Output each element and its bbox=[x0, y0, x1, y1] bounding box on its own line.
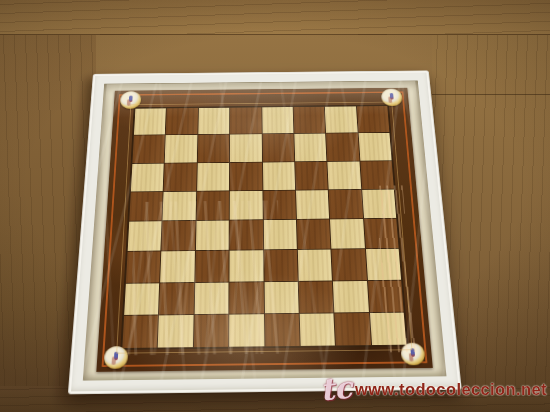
corner-medallion-bottom-left bbox=[103, 346, 128, 369]
board-square bbox=[295, 161, 328, 189]
board-square bbox=[263, 162, 295, 190]
board-square bbox=[362, 189, 396, 218]
board-square bbox=[263, 190, 296, 219]
corner-medallion-top-right bbox=[381, 89, 403, 107]
board-square bbox=[296, 190, 329, 219]
board-square bbox=[158, 315, 193, 348]
board-square bbox=[165, 135, 197, 162]
board-square bbox=[132, 135, 165, 162]
board-square bbox=[164, 163, 197, 191]
board-square bbox=[195, 251, 229, 282]
board-square bbox=[230, 250, 264, 281]
board-square bbox=[297, 219, 331, 249]
corner-medallion-bottom-right bbox=[400, 343, 425, 366]
board-square bbox=[163, 191, 196, 220]
board-square bbox=[166, 108, 198, 135]
shrinkwrap-glare-streaks bbox=[127, 200, 281, 355]
board-square bbox=[293, 107, 325, 134]
board-square bbox=[262, 107, 293, 134]
board-square bbox=[298, 250, 332, 281]
box-perspective-wrapper bbox=[68, 70, 462, 394]
board-square bbox=[194, 314, 229, 347]
board-square bbox=[198, 135, 230, 162]
board-square bbox=[264, 250, 298, 281]
board-square bbox=[330, 219, 364, 249]
board-square bbox=[230, 134, 262, 161]
board-square bbox=[357, 106, 390, 133]
chess-board-grid bbox=[121, 105, 407, 349]
board-square bbox=[264, 281, 298, 313]
board-square bbox=[124, 283, 159, 315]
board-square bbox=[265, 314, 300, 347]
board-square bbox=[129, 192, 163, 221]
board-square bbox=[126, 252, 161, 283]
board-square bbox=[364, 219, 399, 249]
photo-scene: tc www.todocoleccion.net bbox=[0, 0, 550, 412]
board-square bbox=[262, 134, 294, 161]
board-square bbox=[299, 281, 334, 313]
board-square bbox=[162, 221, 196, 251]
board-square bbox=[230, 191, 263, 220]
board-square bbox=[368, 280, 404, 312]
board-square bbox=[134, 108, 166, 135]
board-square bbox=[159, 283, 194, 315]
board-square bbox=[122, 315, 158, 348]
board-square bbox=[263, 220, 296, 250]
board-square bbox=[229, 314, 264, 347]
box-interior bbox=[83, 80, 447, 380]
board-square bbox=[230, 162, 262, 190]
shrinkwrap-glare-right bbox=[375, 185, 416, 352]
board-square bbox=[328, 161, 361, 189]
board-square bbox=[332, 249, 367, 280]
board-square bbox=[366, 249, 401, 280]
board-square bbox=[335, 313, 371, 346]
board-square bbox=[229, 282, 263, 314]
floor-plank-seam bbox=[432, 94, 550, 95]
board-square bbox=[230, 107, 261, 134]
board-square bbox=[197, 162, 229, 190]
white-cardboard-box bbox=[68, 70, 462, 394]
board-square bbox=[358, 133, 391, 160]
board-square bbox=[300, 313, 336, 346]
board-square bbox=[196, 191, 229, 220]
board-square bbox=[294, 134, 326, 161]
board-square bbox=[131, 163, 164, 191]
board-square bbox=[326, 133, 359, 160]
wood-floor-plank-top bbox=[0, 0, 550, 35]
board-square bbox=[161, 251, 195, 282]
board-square bbox=[370, 312, 407, 345]
board-square bbox=[196, 221, 229, 251]
board-square bbox=[325, 106, 357, 133]
corner-medallion-top-left bbox=[120, 91, 142, 109]
board-square bbox=[128, 221, 162, 251]
chess-board bbox=[96, 88, 433, 372]
board-square bbox=[194, 282, 228, 314]
board-square bbox=[333, 281, 369, 313]
board-square bbox=[360, 161, 394, 189]
board-square bbox=[230, 220, 263, 250]
board-square bbox=[329, 190, 363, 219]
board-square bbox=[198, 108, 229, 135]
